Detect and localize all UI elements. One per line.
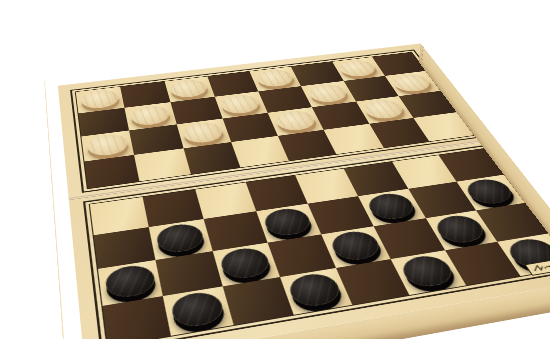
checker-black[interactable]: [218, 245, 273, 281]
square-f3[interactable]: [358, 189, 425, 226]
checker-black[interactable]: [327, 229, 384, 263]
square-c3[interactable]: [203, 211, 267, 251]
checker-white[interactable]: [272, 109, 318, 132]
checker-white[interactable]: [254, 68, 296, 88]
square-a1[interactable]: [103, 296, 172, 339]
checker-black[interactable]: [431, 213, 490, 246]
square-c1[interactable]: [222, 277, 293, 325]
checker-black[interactable]: [169, 290, 226, 330]
checker-black[interactable]: [103, 263, 156, 301]
square-d3[interactable]: [256, 204, 321, 243]
square-g1[interactable]: [445, 242, 521, 286]
checker-white[interactable]: [389, 73, 435, 94]
square-b2[interactable]: [156, 251, 222, 296]
square-f2[interactable]: [374, 218, 445, 259]
square-d2[interactable]: [267, 234, 336, 277]
checker-white[interactable]: [168, 78, 209, 99]
square-g2[interactable]: [425, 210, 497, 250]
square-h1[interactable]: [497, 234, 550, 277]
square-b4[interactable]: [143, 190, 203, 227]
checker-black[interactable]: [364, 191, 419, 222]
checker-white[interactable]: [219, 93, 263, 115]
square-e2[interactable]: [321, 226, 391, 268]
checker-white[interactable]: [306, 83, 351, 104]
checker-white[interactable]: [360, 98, 407, 121]
square-e3[interactable]: [308, 196, 374, 234]
checker-black[interactable]: [154, 222, 206, 255]
square-a3[interactable]: [94, 227, 156, 269]
square-a2[interactable]: [98, 260, 163, 306]
checker-white[interactable]: [80, 88, 120, 110]
square-g3[interactable]: [408, 182, 476, 219]
product-photo-scene: [0, 0, 550, 339]
square-h2[interactable]: [476, 203, 548, 242]
checker-black[interactable]: [286, 271, 345, 309]
square-f1[interactable]: [391, 250, 466, 295]
checker-white[interactable]: [336, 59, 379, 79]
square-b1[interactable]: [163, 286, 233, 335]
checker-black[interactable]: [397, 253, 458, 290]
square-d4[interactable]: [246, 175, 308, 211]
checker-white[interactable]: [129, 104, 171, 127]
square-e4[interactable]: [295, 169, 358, 204]
checker-black[interactable]: [462, 177, 518, 206]
square-h3[interactable]: [456, 175, 525, 211]
square-b5[interactable]: [134, 148, 190, 181]
square-b3[interactable]: [149, 219, 212, 260]
square-c5[interactable]: [183, 142, 240, 174]
border-inner-line-far: [75, 52, 475, 189]
square-a4[interactable]: [90, 197, 149, 235]
square-e1[interactable]: [336, 259, 410, 305]
checker-white[interactable]: [181, 120, 226, 144]
checker-white[interactable]: [86, 132, 129, 157]
square-c4[interactable]: [195, 182, 256, 219]
square-c2[interactable]: [212, 243, 280, 287]
square-a5[interactable]: [84, 155, 139, 189]
checker-black[interactable]: [261, 206, 314, 238]
checkers-board: [58, 43, 550, 339]
checker-black[interactable]: [503, 236, 550, 271]
square-d1[interactable]: [280, 268, 352, 315]
square-h4[interactable]: [438, 149, 503, 182]
